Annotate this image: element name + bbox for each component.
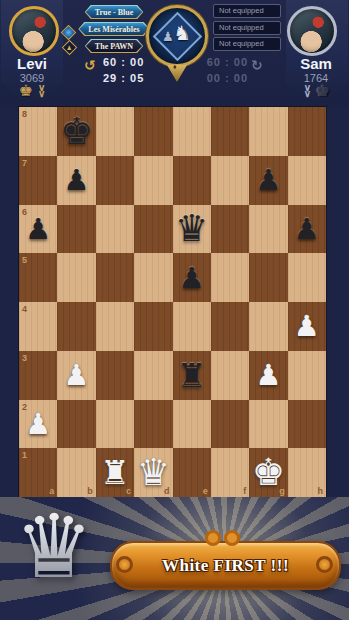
square-c2[interactable] <box>96 400 134 449</box>
square-a7[interactable]: 7 <box>19 156 57 205</box>
square-e5[interactable]: ♟ <box>173 253 211 302</box>
equipment-slot-3[interactable]: Not equipped <box>213 37 281 51</box>
square-b6[interactable] <box>57 205 95 254</box>
square-a3[interactable]: 3 <box>19 351 57 400</box>
square-g8[interactable] <box>249 107 287 156</box>
square-f1[interactable]: f <box>211 448 249 497</box>
file-label: e <box>203 486 208 496</box>
piece-bK-b8: ♚ <box>57 107 95 156</box>
square-b5[interactable] <box>57 253 95 302</box>
square-f8[interactable] <box>211 107 249 156</box>
piece-wP-b3: ♟ <box>57 351 95 400</box>
piece-bQ-e6: ♛ <box>173 205 211 254</box>
square-h8[interactable] <box>288 107 326 156</box>
square-d2[interactable] <box>134 400 172 449</box>
chess-board: 8♚7♟♟6♟♛♟5♟4♟3♟♜♟2♟1abc♜d♛efg♚h <box>19 107 326 497</box>
square-d6[interactable] <box>134 205 172 254</box>
right-player-side-row: ∨∨ ♚ <box>289 83 345 99</box>
piece-bP-a6: ♟ <box>19 205 57 254</box>
square-g4[interactable] <box>249 302 287 351</box>
square-e1[interactable]: e <box>173 448 211 497</box>
square-d8[interactable] <box>134 107 172 156</box>
piece-wK-g1: ♚ <box>249 448 287 497</box>
square-g7[interactable]: ♟ <box>249 156 287 205</box>
emblem-knight-icon: ♞ <box>173 21 191 45</box>
piece-wP-a2: ♟ <box>19 400 57 449</box>
piece-bP-g7: ♟ <box>249 156 287 205</box>
square-a2[interactable]: 2♟ <box>19 400 57 449</box>
left-clock-remaining: 29 : 05 <box>103 72 144 84</box>
square-g3[interactable]: ♟ <box>249 351 287 400</box>
rank-label: 5 <box>22 255 27 265</box>
square-f4[interactable] <box>211 302 249 351</box>
piece-wQ-d1: ♛ <box>134 448 172 497</box>
piece-wP-g3: ♟ <box>249 351 287 400</box>
square-e6[interactable]: ♛ <box>173 205 211 254</box>
right-clock-icon: ↺ <box>251 58 263 72</box>
rank-label: 3 <box>22 353 27 363</box>
square-f2[interactable] <box>211 400 249 449</box>
square-c7[interactable] <box>96 156 134 205</box>
banner-crest-curl-icon <box>205 530 221 546</box>
piece-bP-b7: ♟ <box>57 156 95 205</box>
square-a1[interactable]: 1a <box>19 448 57 497</box>
square-g2[interactable] <box>249 400 287 449</box>
square-a6[interactable]: 6♟ <box>19 205 57 254</box>
square-e3[interactable]: ♜ <box>173 351 211 400</box>
badge-true-blue[interactable]: True - Blue <box>85 5 144 19</box>
rank-label: 1 <box>22 450 27 460</box>
right-clock-total: 60 : 00 <box>206 56 248 68</box>
square-h4[interactable]: ♟ <box>288 302 326 351</box>
rank-label: 4 <box>22 304 27 314</box>
square-c3[interactable] <box>96 351 134 400</box>
white-queen-mascot-icon: ♛ <box>2 492 106 602</box>
equipment-slot-2[interactable]: Not equipped <box>213 21 281 35</box>
square-e8[interactable] <box>173 107 211 156</box>
square-g1[interactable]: g♚ <box>249 448 287 497</box>
square-b4[interactable] <box>57 302 95 351</box>
equipment-slots: Not equipped Not equipped Not equipped <box>213 4 281 54</box>
right-player-name: Sam <box>284 55 348 72</box>
square-e4[interactable] <box>173 302 211 351</box>
square-f5[interactable] <box>211 253 249 302</box>
rank-label: 7 <box>22 158 27 168</box>
square-c8[interactable] <box>96 107 134 156</box>
piece-bP-h6: ♟ <box>288 205 326 254</box>
square-b1[interactable]: b <box>57 448 95 497</box>
square-h7[interactable] <box>288 156 326 205</box>
file-label: f <box>243 486 246 496</box>
left-clock-total: 60 : 00 <box>103 56 144 68</box>
square-d5[interactable] <box>134 253 172 302</box>
square-c1[interactable]: c♜ <box>96 448 134 497</box>
match-header: Levi 3069 Sam 1764 ♚ ∨∨ ∨∨ ♚ True - Blue… <box>0 0 349 107</box>
left-clock-icon: ↺ <box>84 58 96 72</box>
square-b8[interactable]: ♚ <box>57 107 95 156</box>
equipment-slot-1[interactable]: Not equipped <box>213 4 281 18</box>
league-emblem[interactable]: ♟ ♞ ♦ <box>146 5 208 89</box>
white-side-piece-icon: ♚ <box>19 83 33 99</box>
square-h1[interactable]: h <box>288 448 326 497</box>
square-b3[interactable]: ♟ <box>57 351 95 400</box>
badge-the-pawn[interactable]: The PAWN <box>85 39 143 53</box>
piece-bP-e5: ♟ <box>173 253 211 302</box>
piece-wR-c1: ♜ <box>96 448 134 497</box>
square-e2[interactable] <box>173 400 211 449</box>
square-d7[interactable] <box>134 156 172 205</box>
square-d1[interactable]: d♛ <box>134 448 172 497</box>
emblem-pawn-icon: ♟ <box>162 29 174 44</box>
square-d4[interactable] <box>134 302 172 351</box>
square-h6[interactable]: ♟ <box>288 205 326 254</box>
square-b2[interactable] <box>57 400 95 449</box>
announcement-banner: White FIRST !!! <box>110 541 341 590</box>
square-c5[interactable] <box>96 253 134 302</box>
square-c4[interactable] <box>96 302 134 351</box>
right-collapse-chevron-icon[interactable]: ∨∨ <box>304 85 311 97</box>
square-b7[interactable]: ♟ <box>57 156 95 205</box>
square-a8[interactable]: 8 <box>19 107 57 156</box>
banner-right-scroll-icon <box>316 556 333 573</box>
league-emblem-tail <box>167 65 187 82</box>
title-badges: True - Blue Les Misérables The PAWN <box>74 5 154 53</box>
rank-label: 8 <box>22 109 27 119</box>
right-clock-remaining: 00 : 00 <box>206 72 248 84</box>
emblem-diamond-dot-icon: ♦ <box>173 63 177 70</box>
black-side-piece-icon: ♚ <box>316 83 330 99</box>
square-f6[interactable] <box>211 205 249 254</box>
left-player-side-row: ♚ ∨∨ <box>4 83 60 99</box>
square-a5[interactable]: 5 <box>19 253 57 302</box>
square-f7[interactable] <box>211 156 249 205</box>
piece-bR-e3: ♜ <box>173 351 211 400</box>
square-a4[interactable]: 4 <box>19 302 57 351</box>
square-c6[interactable] <box>96 205 134 254</box>
square-e7[interactable] <box>173 156 211 205</box>
piece-wP-h4: ♟ <box>288 302 326 351</box>
square-g6[interactable] <box>249 205 287 254</box>
badge-les-miserables[interactable]: Les Misérables <box>78 22 149 36</box>
left-player-avatar[interactable] <box>9 6 59 56</box>
game-screen: Levi 3069 Sam 1764 ♚ ∨∨ ∨∨ ♚ True - Blue… <box>0 0 349 620</box>
square-h2[interactable] <box>288 400 326 449</box>
left-collapse-chevron-icon[interactable]: ∨∨ <box>38 85 45 97</box>
file-label: h <box>318 486 324 496</box>
square-d3[interactable] <box>134 351 172 400</box>
square-f3[interactable] <box>211 351 249 400</box>
announcement-text: White FIRST !!! <box>112 543 339 588</box>
square-g5[interactable] <box>249 253 287 302</box>
banner-left-scroll-icon <box>116 556 133 573</box>
left-player-name: Levi <box>0 55 64 72</box>
right-player-avatar[interactable] <box>287 6 337 56</box>
square-h3[interactable] <box>288 351 326 400</box>
square-h5[interactable] <box>288 253 326 302</box>
banner-crest-curl-icon <box>224 530 240 546</box>
